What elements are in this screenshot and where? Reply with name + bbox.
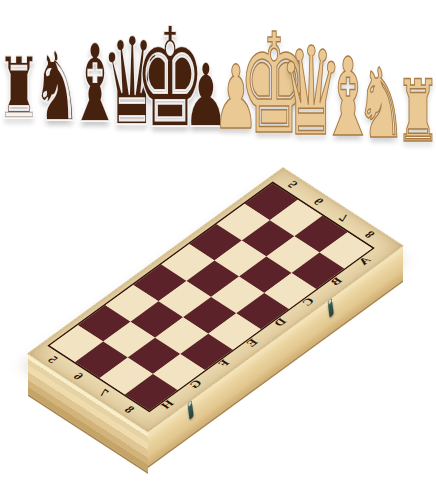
pieces-lineup: ♜♞♝♛♚♟♟♚♛♝♞♜ — [0, 0, 436, 500]
chess-set-product-photo: { "game": "chess", "scene": "wooden fold… — [0, 0, 436, 500]
piece-light-rook: ♜ — [396, 68, 436, 154]
photo-stage: ♜♞♝♛♚♟♟♚♛♝♞♜ ABCDEFGH 5678 5678 — [0, 0, 436, 500]
